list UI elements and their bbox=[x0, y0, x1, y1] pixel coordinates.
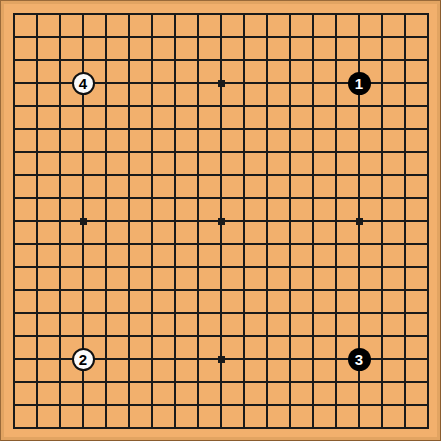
star-point bbox=[356, 218, 363, 225]
stone-move-1-black: 1 bbox=[348, 72, 371, 95]
star-point bbox=[218, 80, 225, 87]
star-point bbox=[218, 356, 225, 363]
board-grid: 1234 bbox=[3, 3, 440, 440]
star-point bbox=[218, 218, 225, 225]
go-board-diagram: 1234 bbox=[0, 0, 441, 441]
stone-move-4-white: 4 bbox=[72, 72, 95, 95]
star-point bbox=[80, 218, 87, 225]
stone-move-2-white: 2 bbox=[72, 348, 95, 371]
stone-move-3-black: 3 bbox=[348, 348, 371, 371]
